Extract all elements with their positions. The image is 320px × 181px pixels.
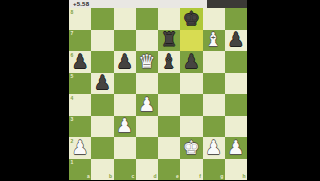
square-g7[interactable]: ♝ [203,30,225,52]
square-g8[interactable] [203,8,225,30]
square-e2[interactable] [158,137,180,159]
square-h8[interactable] [225,8,247,30]
rank-label-8: 8 [71,10,74,15]
black-bishop-e6[interactable]: ♝ [161,52,178,71]
square-f8[interactable]: ♚ [180,8,202,30]
square-e4[interactable] [158,94,180,116]
white-pawn-g2[interactable]: ♟ [205,138,222,157]
square-h1[interactable]: h [225,159,247,181]
square-a1[interactable]: 1a [69,159,91,181]
square-b1[interactable]: b [91,159,113,181]
square-b3[interactable] [91,116,113,138]
square-d4[interactable]: ♟ [136,94,158,116]
eval-value: +5.58 [69,1,89,7]
white-pawn-h2[interactable]: ♟ [227,138,244,157]
square-c4[interactable] [114,94,136,116]
square-g1[interactable]: g [203,159,225,181]
rank-label-6: 6 [71,53,74,58]
square-c5[interactable] [114,73,136,95]
square-g5[interactable] [203,73,225,95]
square-f4[interactable] [180,94,202,116]
square-g6[interactable] [203,51,225,73]
rank-label-5: 5 [71,74,74,79]
square-g4[interactable] [203,94,225,116]
square-g2[interactable]: ♟ [203,137,225,159]
square-d8[interactable] [136,8,158,30]
white-queen-d6[interactable]: ♛ [138,52,155,71]
square-c1[interactable]: c [114,159,136,181]
square-a7[interactable]: 7 [69,30,91,52]
rank-label-3: 3 [71,117,74,122]
file-label-h: h [242,174,245,179]
square-h7[interactable]: ♟ [225,30,247,52]
square-c2[interactable] [114,137,136,159]
white-pawn-a2[interactable]: ♟ [72,138,89,157]
square-d1[interactable]: d [136,159,158,181]
square-d3[interactable] [136,116,158,138]
black-pawn-c6[interactable]: ♟ [116,52,133,71]
square-e6[interactable]: ♝ [158,51,180,73]
square-c6[interactable]: ♟ [114,51,136,73]
square-e7[interactable]: ♜ [158,30,180,52]
rank-label-4: 4 [71,96,74,101]
right-letterbox [247,0,320,180]
square-h4[interactable] [225,94,247,116]
square-b4[interactable] [91,94,113,116]
square-h6[interactable] [225,51,247,73]
square-b6[interactable] [91,51,113,73]
square-e8[interactable] [158,8,180,30]
square-c7[interactable] [114,30,136,52]
file-label-f: f [199,174,201,179]
square-f3[interactable] [180,116,202,138]
file-label-b: b [109,174,112,179]
square-b2[interactable] [91,137,113,159]
square-a2[interactable]: 2♟ [69,137,91,159]
file-label-e: e [176,174,179,179]
square-d2[interactable] [136,137,158,159]
black-pawn-h7[interactable]: ♟ [227,30,244,49]
square-a8[interactable]: 8 [69,8,91,30]
black-pawn-f6[interactable]: ♟ [183,52,200,71]
square-c8[interactable] [114,8,136,30]
rank-label-7: 7 [71,31,74,36]
black-rook-e7[interactable]: ♜ [161,30,178,49]
chess-board[interactable]: 8♚7♜♝♟6♟♟♛♝♟5♟4♟3♟2♟♚♟♟1abcdefgh [69,8,247,180]
square-e3[interactable] [158,116,180,138]
square-f1[interactable]: f [180,159,202,181]
black-pawn-a6[interactable]: ♟ [72,52,89,71]
file-label-g: g [220,174,223,179]
square-b5[interactable]: ♟ [91,73,113,95]
square-a5[interactable]: 5 [69,73,91,95]
square-f2[interactable]: ♚ [180,137,202,159]
white-bishop-g7[interactable]: ♝ [205,30,222,49]
square-f7[interactable] [180,30,202,52]
white-king-f2[interactable]: ♚ [183,138,200,157]
square-h5[interactable] [225,73,247,95]
file-label-c: c [131,174,134,179]
white-pawn-d4[interactable]: ♟ [138,95,155,114]
square-g3[interactable] [203,116,225,138]
rank-label-2: 2 [71,139,74,144]
square-f6[interactable]: ♟ [180,51,202,73]
square-b7[interactable] [91,30,113,52]
square-h3[interactable] [225,116,247,138]
square-d7[interactable] [136,30,158,52]
file-label-d: d [153,174,156,179]
square-a3[interactable]: 3 [69,116,91,138]
file-label-a: a [87,174,90,179]
app-stage: +5.58 8♚7♜♝♟6♟♟♛♝♟5♟4♟3♟2♟♚♟♟1abcdefgh [0,0,320,180]
square-b8[interactable] [91,8,113,30]
black-king-f8[interactable]: ♚ [183,9,200,28]
square-a4[interactable]: 4 [69,94,91,116]
square-f5[interactable] [180,73,202,95]
square-h2[interactable]: ♟ [225,137,247,159]
square-a6[interactable]: 6♟ [69,51,91,73]
square-c3[interactable]: ♟ [114,116,136,138]
square-e5[interactable] [158,73,180,95]
square-d6[interactable]: ♛ [136,51,158,73]
black-pawn-b5[interactable]: ♟ [94,73,111,92]
square-d5[interactable] [136,73,158,95]
rank-label-1: 1 [71,160,74,165]
square-e1[interactable]: e [158,159,180,181]
eval-bar: +5.58 [69,0,247,8]
left-letterbox [0,0,69,180]
white-pawn-c3[interactable]: ♟ [116,116,133,135]
